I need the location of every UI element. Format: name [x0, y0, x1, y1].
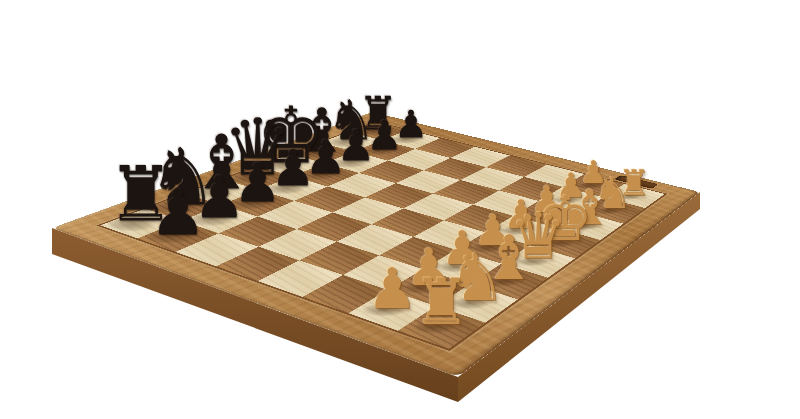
chess-photo-stage: ♜♞♝♛♚♝♞♜♟♟♟♟♟♟♟♟♟♟♟♟♟♟♟♟♜♞♝♛♚♝♞♜ [0, 0, 800, 419]
piece-white-pawn-a2[interactable]: ♟ [367, 260, 417, 316]
pieces-layer: ♜♞♝♛♚♝♞♜♟♟♟♟♟♟♟♟♟♟♟♟♟♟♟♟♜♞♝♛♚♝♞♜ [0, 0, 800, 419]
piece-black-pawn-a7[interactable]: ♟ [150, 180, 207, 243]
piece-white-rook-a1[interactable]: ♜ [413, 271, 470, 335]
